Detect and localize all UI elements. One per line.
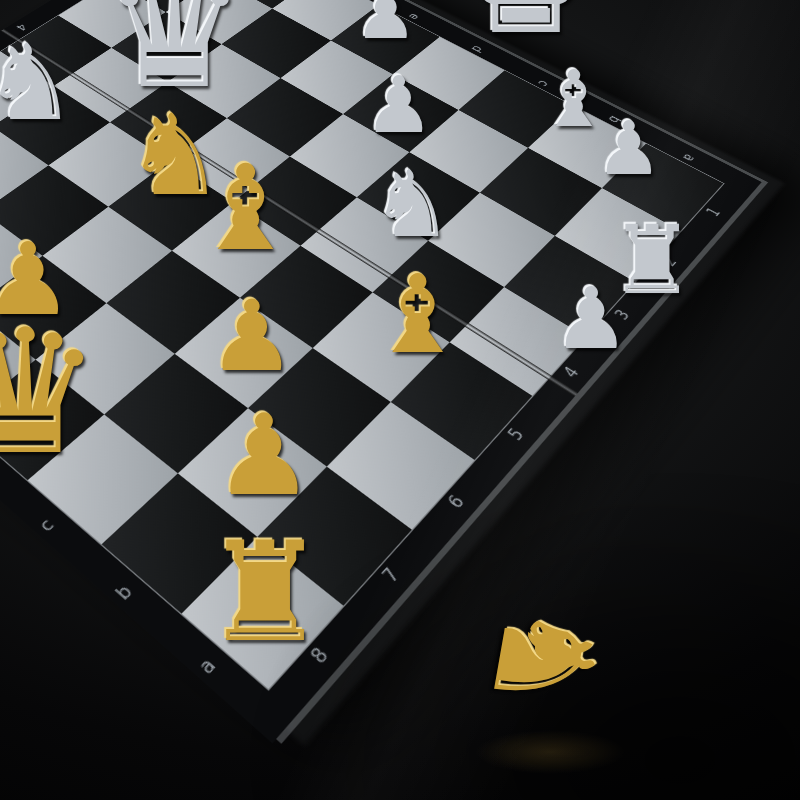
piece-silver-king-e1[interactable]: ♚ [459,0,593,55]
photo-stage: hhggffeeddccbbaa8877665544332211 ♜♛♟♟♟♝♞… [0,0,800,800]
piece-silver-knight-c4[interactable]: ♞ [371,159,453,251]
piece-silver-pawn-c2[interactable]: ♟ [596,111,662,185]
piece-gold-bishop-d5[interactable]: ♝ [193,149,299,267]
captured-gold-knight[interactable]: ♞ [471,591,619,728]
piece-gold-pawn-c6[interactable]: ♟ [208,287,296,385]
piece-gold-queen-d8[interactable]: ♛ [0,307,102,479]
pieces-layer: ♜♛♟♟♟♝♞♝♞♛♞♟♜♟♟♟♚♝♞ [0,0,800,800]
piece-silver-pawn-d3[interactable]: ♟ [364,66,434,144]
piece-silver-knight-g5[interactable]: ♞ [0,31,77,136]
piece-silver-pawn-e2[interactable]: ♟ [355,0,418,49]
piece-silver-pawn-a4[interactable]: ♟ [553,276,629,361]
piece-gold-pawn-b7[interactable]: ♟ [214,399,314,511]
table-reflection [475,730,625,774]
piece-gold-bishop-b5[interactable]: ♝ [370,261,467,369]
piece-gold-rook-a8[interactable]: ♜ [203,524,327,662]
